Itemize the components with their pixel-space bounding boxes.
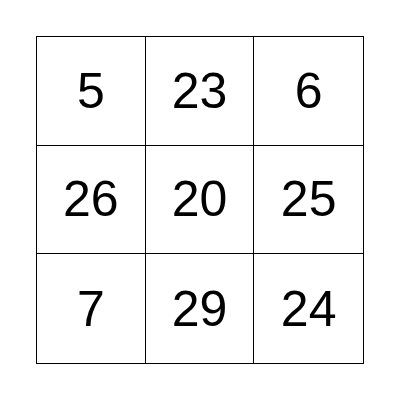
grid-cell-r0c0: 5 — [37, 37, 146, 146]
grid-cell-r2c2: 24 — [254, 254, 363, 363]
grid-cell-r0c1: 23 — [146, 37, 255, 146]
grid-cell-r0c2: 6 — [254, 37, 363, 146]
grid-cell-r1c2: 25 — [254, 146, 363, 255]
number-grid-board: 5 23 6 26 20 25 7 29 24 — [36, 36, 364, 364]
grid-cell-r2c0: 7 — [37, 254, 146, 363]
grid-cell-r2c1: 29 — [146, 254, 255, 363]
grid-cell-r1c1: 20 — [146, 146, 255, 255]
grid-cell-r1c0: 26 — [37, 146, 146, 255]
